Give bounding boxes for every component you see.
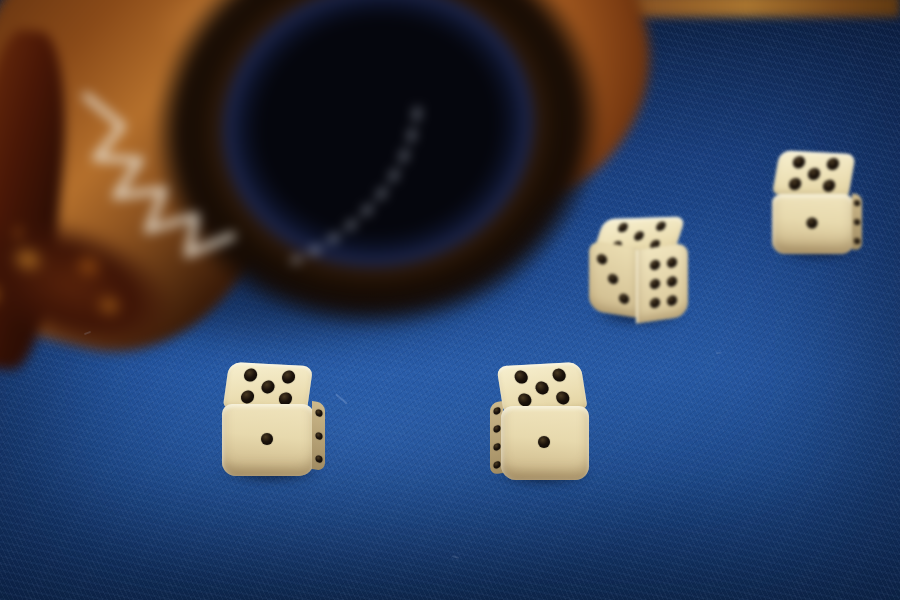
die-front-face [501, 406, 589, 480]
pip [667, 257, 677, 268]
pip [854, 219, 860, 226]
cup-stitching-svg [0, 0, 640, 360]
pip [650, 298, 660, 309]
pip [261, 380, 276, 394]
die-right-face [636, 242, 688, 323]
felt-speck [716, 352, 721, 354]
pip [281, 370, 296, 384]
pip [534, 381, 549, 395]
pip [552, 368, 567, 382]
pip [823, 179, 837, 192]
die-back-middle [586, 216, 692, 328]
pip [807, 168, 821, 181]
pip [597, 253, 607, 265]
pip [538, 436, 550, 448]
pip [493, 407, 500, 415]
pip [667, 295, 677, 306]
die-top-face [772, 150, 856, 198]
rim-stitching [292, 108, 418, 262]
die-front-left [220, 358, 324, 486]
pip [617, 223, 629, 232]
pip [315, 432, 322, 440]
die-front-face [222, 404, 314, 476]
pip [608, 273, 618, 285]
die-side-face [312, 401, 325, 471]
pip [493, 461, 500, 469]
die-front-face [772, 194, 854, 254]
pip [261, 433, 273, 445]
dice-photo-scene [0, 0, 900, 600]
pip [650, 259, 660, 270]
pip [315, 409, 322, 417]
pip [807, 217, 818, 228]
die-side-face [852, 193, 862, 250]
pip [655, 222, 667, 231]
zigzag-stitching [86, 96, 232, 254]
die-left-face [589, 240, 637, 318]
pip [556, 391, 571, 405]
pip [243, 368, 258, 382]
dice-cup [0, 0, 900, 600]
pip [633, 231, 645, 240]
pip [667, 276, 677, 287]
pip [650, 278, 660, 289]
pip [826, 158, 840, 171]
die-front-middle [490, 360, 594, 488]
pip [493, 443, 500, 451]
pip [788, 177, 802, 190]
pip [619, 293, 629, 305]
pip [240, 390, 255, 404]
pip [791, 156, 805, 169]
pip [493, 425, 500, 433]
pip [854, 200, 860, 207]
pip [513, 371, 528, 385]
pip [315, 455, 322, 463]
pip [517, 393, 532, 407]
pip [854, 237, 860, 244]
die-back-right [768, 148, 866, 260]
